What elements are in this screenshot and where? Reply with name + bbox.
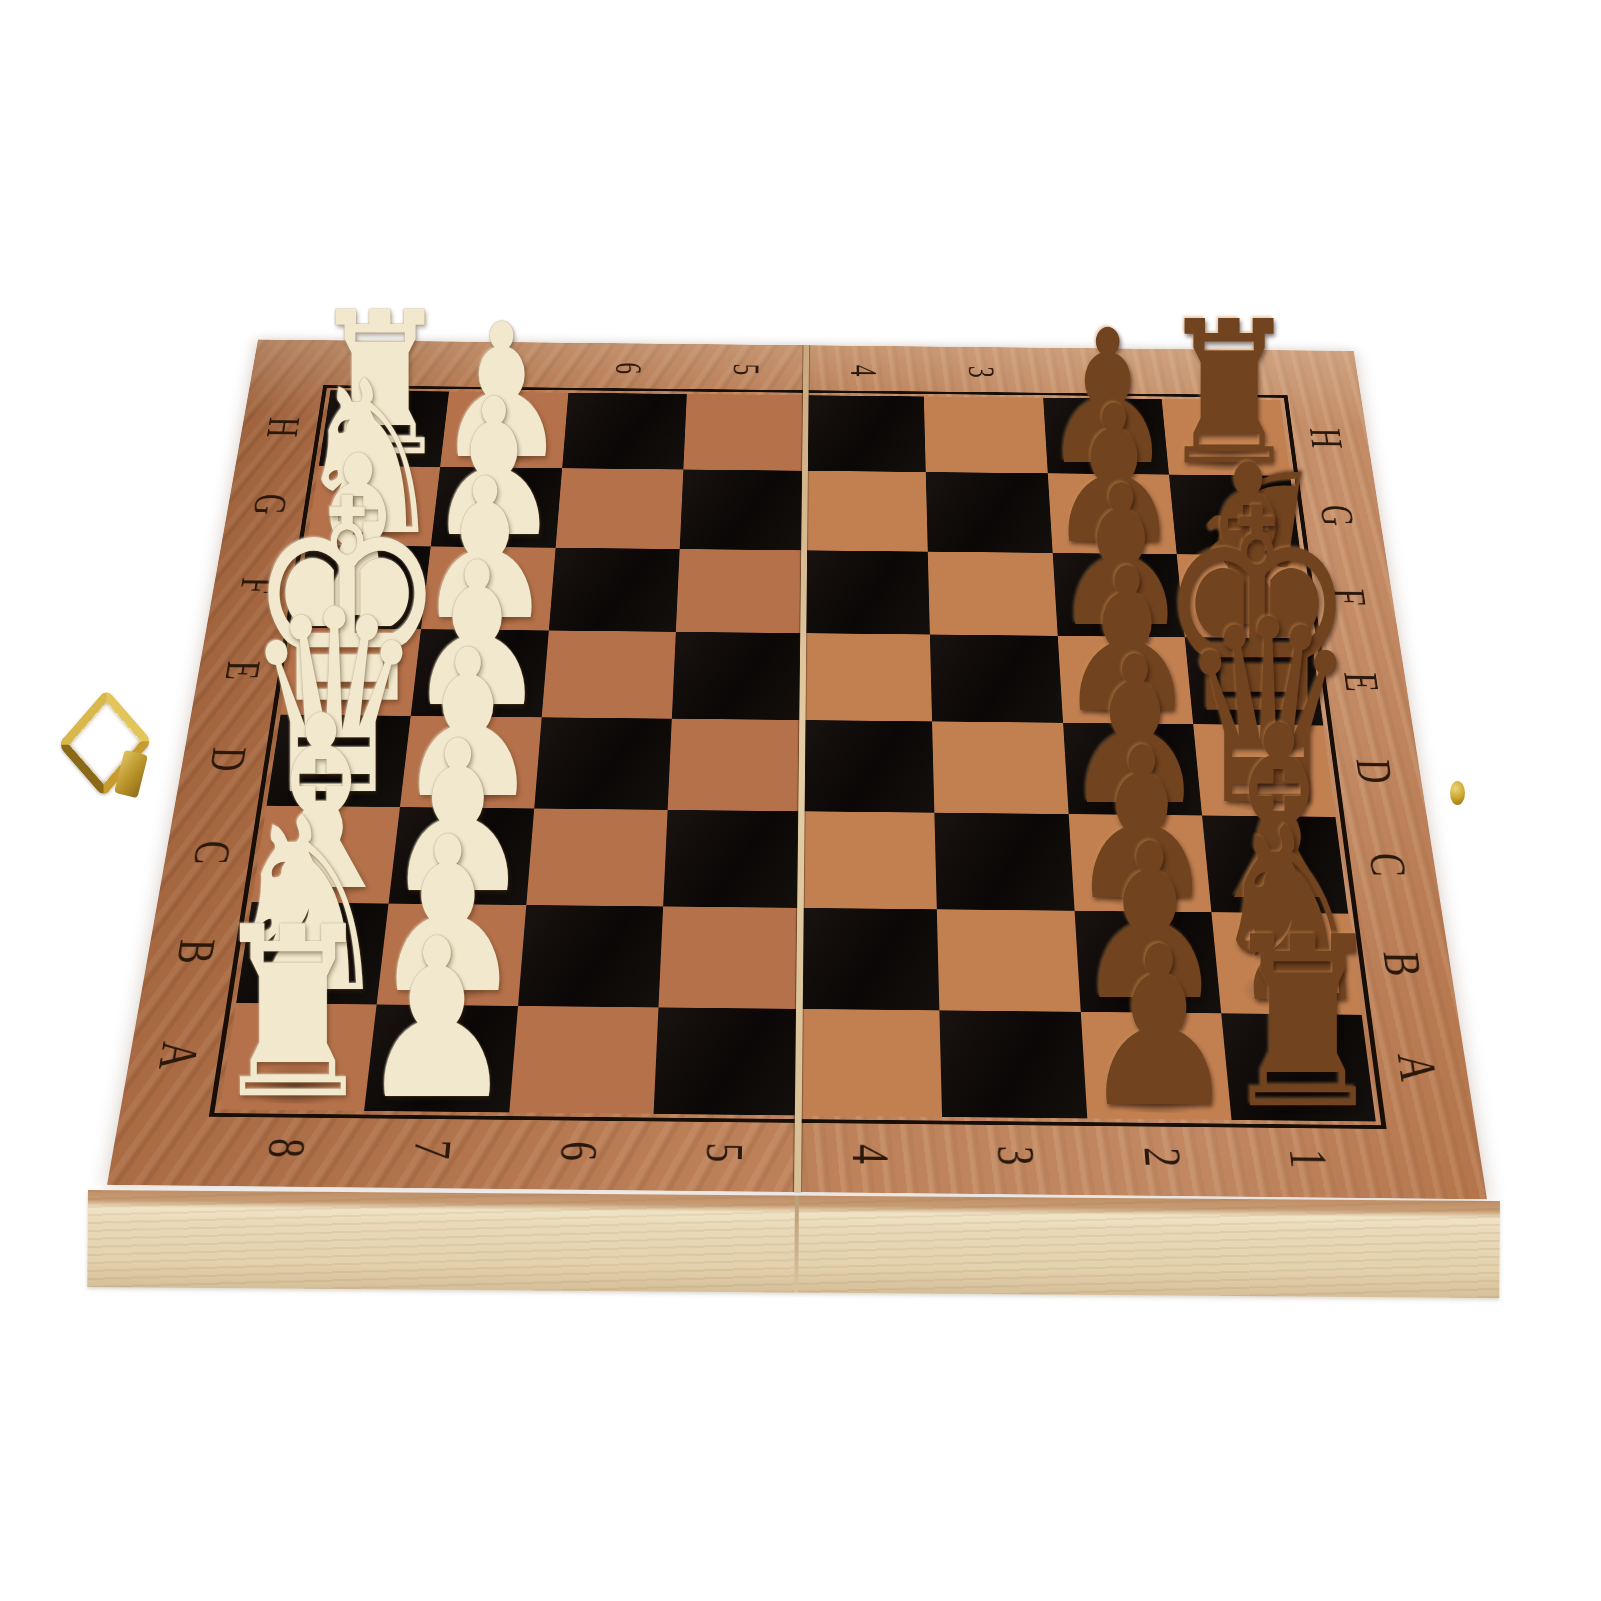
black-pawn-a2[interactable]: ♟ (1079, 918, 1237, 1138)
rank-label-5: 5 (672, 1097, 775, 1210)
rank-label-4: 4 (824, 334, 906, 408)
rank-label-3: 3 (941, 335, 1025, 409)
brass-hinge-pin (1450, 781, 1465, 805)
brass-clasp (58, 686, 153, 818)
box-front-face (87, 1190, 1500, 1298)
box-front-seam (794, 1196, 799, 1293)
photo-canvas: 87654321 87654321 HGFEDCBA HGFEDCBA ♜♟♟♜… (0, 0, 1601, 1601)
rank-label-4: 4 (820, 1099, 921, 1212)
rank-label-5: 5 (705, 333, 788, 407)
white-rook-a8[interactable]: ♜ (209, 896, 378, 1131)
white-pawn-a7[interactable]: ♟ (358, 910, 516, 1130)
rank-label-6: 6 (524, 1095, 631, 1208)
rank-label-6: 6 (586, 332, 671, 406)
black-rook-a1[interactable]: ♜ (1218, 906, 1387, 1141)
rank-label-3: 3 (964, 1100, 1069, 1213)
